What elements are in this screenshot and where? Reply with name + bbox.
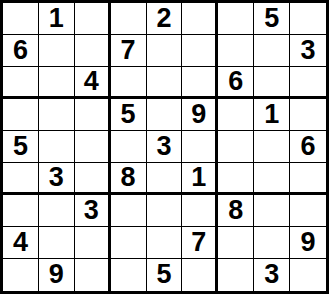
cell-r8c5[interactable]	[147, 227, 183, 259]
given-digit: 5	[156, 261, 171, 289]
cell-r8c6[interactable]: 7	[182, 227, 218, 259]
cell-r6c2[interactable]: 3	[39, 163, 75, 195]
cell-r7c8[interactable]	[254, 195, 290, 227]
given-digit: 1	[191, 164, 206, 192]
cell-r3c1[interactable]	[3, 67, 39, 99]
cell-r1c8[interactable]: 5	[254, 3, 290, 35]
cell-r9c7[interactable]	[218, 259, 254, 291]
cell-r9c2[interactable]: 9	[39, 259, 75, 291]
cell-r2c4[interactable]: 7	[111, 35, 147, 67]
cell-r4c5[interactable]	[147, 99, 183, 131]
cell-r1c7[interactable]	[218, 3, 254, 35]
given-digit: 8	[228, 197, 243, 225]
cell-r6c8[interactable]	[254, 163, 290, 195]
given-digit: 2	[156, 5, 171, 33]
given-digit: 5	[13, 133, 28, 161]
given-digit: 1	[264, 101, 279, 129]
cell-r8c3[interactable]	[75, 227, 111, 259]
cell-r9c3[interactable]	[75, 259, 111, 291]
cell-r9c1[interactable]	[3, 259, 39, 291]
cell-r7c7[interactable]: 8	[218, 195, 254, 227]
cell-r4c9[interactable]	[290, 99, 326, 131]
cell-r4c6[interactable]: 9	[182, 99, 218, 131]
given-digit: 6	[13, 37, 28, 65]
cell-r6c7[interactable]	[218, 163, 254, 195]
given-digit: 7	[121, 37, 136, 65]
cell-r9c9[interactable]	[290, 259, 326, 291]
cell-r4c4[interactable]: 5	[111, 99, 147, 131]
cell-r5c3[interactable]	[75, 131, 111, 163]
cell-r8c2[interactable]	[39, 227, 75, 259]
cell-r1c3[interactable]	[75, 3, 111, 35]
cell-r1c9[interactable]	[290, 3, 326, 35]
given-digit: 6	[228, 68, 243, 96]
cell-r3c6[interactable]	[182, 67, 218, 99]
cell-r2c3[interactable]	[75, 35, 111, 67]
cell-r1c5[interactable]: 2	[147, 3, 183, 35]
cell-r4c1[interactable]	[3, 99, 39, 131]
given-digit: 5	[264, 5, 279, 33]
cell-r2c2[interactable]	[39, 35, 75, 67]
cell-r3c8[interactable]	[254, 67, 290, 99]
cell-r7c6[interactable]	[182, 195, 218, 227]
cell-r3c5[interactable]	[147, 67, 183, 99]
cell-r5c7[interactable]	[218, 131, 254, 163]
cell-r1c4[interactable]	[111, 3, 147, 35]
cell-r2c9[interactable]: 3	[290, 35, 326, 67]
given-digit: 9	[191, 101, 206, 129]
cell-r1c2[interactable]: 1	[39, 3, 75, 35]
cell-r5c4[interactable]	[111, 131, 147, 163]
given-digit: 3	[264, 261, 279, 289]
cell-r9c6[interactable]	[182, 259, 218, 291]
cell-r4c7[interactable]	[218, 99, 254, 131]
given-digit: 5	[121, 101, 136, 129]
cell-r5c8[interactable]	[254, 131, 290, 163]
given-digit: 3	[156, 133, 171, 161]
cell-r5c6[interactable]	[182, 131, 218, 163]
given-digit: 4	[84, 68, 99, 96]
cell-r5c5[interactable]: 3	[147, 131, 183, 163]
given-digit: 9	[49, 261, 64, 289]
cell-r3c3[interactable]: 4	[75, 67, 111, 99]
cell-r6c5[interactable]	[147, 163, 183, 195]
cell-r7c5[interactable]	[147, 195, 183, 227]
cell-r4c3[interactable]	[75, 99, 111, 131]
sudoku-board: 1256734659153638138479953	[0, 0, 329, 294]
cell-r7c2[interactable]	[39, 195, 75, 227]
cell-r6c3[interactable]	[75, 163, 111, 195]
cell-r4c2[interactable]	[39, 99, 75, 131]
given-digit: 4	[13, 229, 28, 257]
given-digit: 8	[121, 164, 136, 192]
cell-r6c6[interactable]: 1	[182, 163, 218, 195]
cell-r1c1[interactable]	[3, 3, 39, 35]
cell-r5c9[interactable]: 6	[290, 131, 326, 163]
cell-r3c2[interactable]	[39, 67, 75, 99]
cell-r9c8[interactable]: 3	[254, 259, 290, 291]
cell-r3c9[interactable]	[290, 67, 326, 99]
cell-r6c4[interactable]: 8	[111, 163, 147, 195]
cell-r2c5[interactable]	[147, 35, 183, 67]
given-digit: 3	[301, 37, 316, 65]
cell-r6c1[interactable]	[3, 163, 39, 195]
cell-r9c4[interactable]	[111, 259, 147, 291]
given-digit: 3	[49, 164, 64, 192]
cell-r7c3[interactable]: 3	[75, 195, 111, 227]
cell-r7c9[interactable]	[290, 195, 326, 227]
cell-r2c1[interactable]: 6	[3, 35, 39, 67]
cell-r8c1[interactable]: 4	[3, 227, 39, 259]
cell-r2c8[interactable]	[254, 35, 290, 67]
cell-r4c8[interactable]: 1	[254, 99, 290, 131]
cell-r2c7[interactable]	[218, 35, 254, 67]
cell-r9c5[interactable]: 5	[147, 259, 183, 291]
cell-r7c1[interactable]	[3, 195, 39, 227]
cell-r8c9[interactable]: 9	[290, 227, 326, 259]
given-digit: 1	[49, 5, 64, 33]
cell-r3c4[interactable]	[111, 67, 147, 99]
cell-r8c4[interactable]	[111, 227, 147, 259]
given-digit: 6	[301, 133, 316, 161]
given-digit: 7	[191, 229, 206, 257]
cell-r8c8[interactable]	[254, 227, 290, 259]
cell-r1c6[interactable]	[182, 3, 218, 35]
cell-r3c7[interactable]: 6	[218, 67, 254, 99]
given-digit: 3	[84, 197, 99, 225]
given-digit: 9	[301, 229, 316, 257]
cell-r8c7[interactable]	[218, 227, 254, 259]
cell-r5c2[interactable]	[39, 131, 75, 163]
cell-r6c9[interactable]	[290, 163, 326, 195]
cell-r5c1[interactable]: 5	[3, 131, 39, 163]
cell-r7c4[interactable]	[111, 195, 147, 227]
cell-r2c6[interactable]	[182, 35, 218, 67]
